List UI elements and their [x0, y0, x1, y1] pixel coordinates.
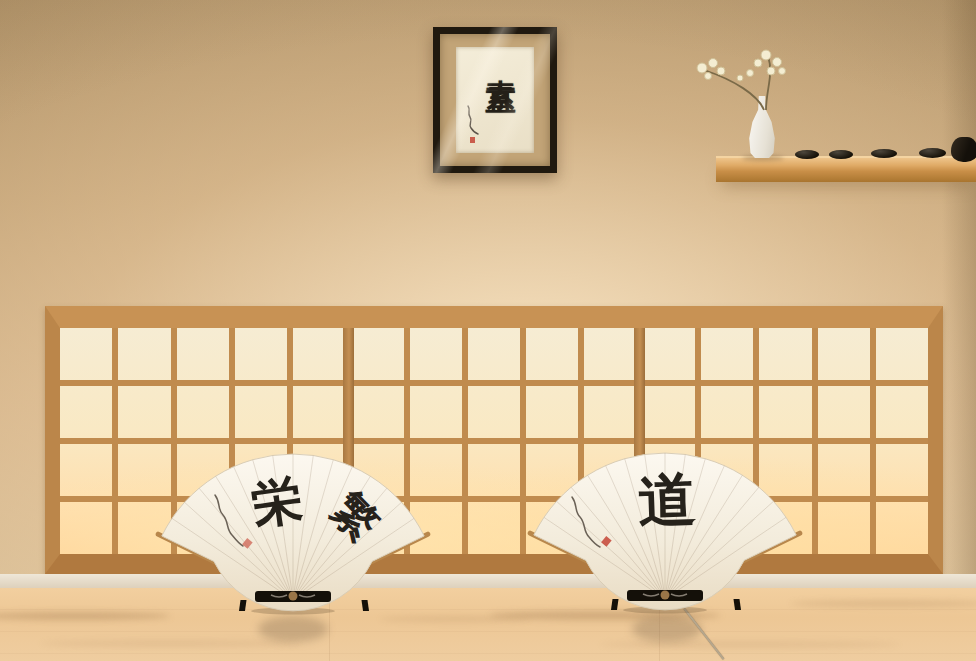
- floor-reflection: [600, 641, 900, 648]
- calligraphy-picture-frame: 素直: [433, 27, 557, 173]
- black-stone: [795, 150, 819, 159]
- floor-reflection: [790, 600, 976, 607]
- stand-reflection: [258, 616, 328, 642]
- black-stone: [829, 150, 853, 159]
- floor-reflection: [40, 640, 300, 647]
- fan-pivot: [661, 591, 670, 600]
- red-seal-icon: [470, 137, 475, 143]
- fan-kanji-ei: 栄: [248, 470, 306, 534]
- folding-fan-left: 栄 繁: [143, 440, 443, 615]
- fan-kanji-dou: 道: [637, 465, 697, 535]
- fan-pivot: [289, 592, 298, 601]
- stone-bowl: [951, 137, 976, 162]
- orchid-sprig: [688, 40, 808, 112]
- calligrapher-signature: [460, 103, 486, 147]
- calligraphy-paper: 素直: [456, 47, 534, 153]
- go-salon-room-photo: 素直: [0, 0, 976, 661]
- black-stone: [871, 149, 897, 158]
- calligraphy-text: 素直: [479, 55, 520, 63]
- black-stone: [919, 148, 946, 158]
- orchid-blossoms: [697, 50, 786, 81]
- folding-fan-right: 道: [515, 439, 815, 614]
